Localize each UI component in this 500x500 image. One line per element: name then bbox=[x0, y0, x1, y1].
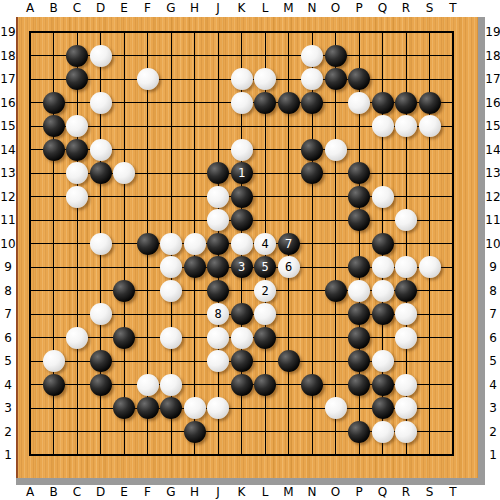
stone-O18-black[interactable] bbox=[325, 45, 347, 67]
column-label: G bbox=[162, 485, 180, 499]
stone-K14-white[interactable] bbox=[231, 139, 253, 161]
stone-O14-white[interactable] bbox=[325, 139, 347, 161]
row-label: 2 bbox=[0, 425, 16, 439]
stone-G4-white[interactable] bbox=[160, 374, 182, 396]
column-label: Q bbox=[374, 485, 392, 499]
row-label: 13 bbox=[485, 166, 500, 180]
stone-R6-white[interactable] bbox=[395, 327, 417, 349]
stone-M10-black[interactable]: 7 bbox=[278, 233, 300, 255]
column-label: P bbox=[350, 485, 368, 499]
stone-Q3-black[interactable] bbox=[372, 397, 394, 419]
stone-P6-black[interactable] bbox=[348, 327, 370, 349]
row-label: 16 bbox=[485, 96, 500, 110]
stone-C14-black[interactable] bbox=[66, 139, 88, 161]
row-label: 19 bbox=[485, 25, 500, 39]
stone-L6-black[interactable] bbox=[254, 327, 276, 349]
move-number: 3 bbox=[238, 260, 245, 274]
stone-Q5-white[interactable] bbox=[372, 350, 394, 372]
column-label: E bbox=[115, 1, 133, 15]
row-label: 7 bbox=[485, 307, 500, 321]
stone-P4-black[interactable] bbox=[348, 374, 370, 396]
stone-L9-black[interactable]: 5 bbox=[254, 256, 276, 278]
stone-G3-black[interactable] bbox=[160, 397, 182, 419]
stone-P17-black[interactable] bbox=[348, 68, 370, 90]
stone-B4-black[interactable] bbox=[43, 374, 65, 396]
row-label: 7 bbox=[0, 307, 16, 321]
stone-P12-black[interactable] bbox=[348, 186, 370, 208]
row-label: 1 bbox=[485, 448, 500, 462]
stone-F10-black[interactable] bbox=[137, 233, 159, 255]
row-label: 15 bbox=[0, 119, 16, 133]
stone-L4-black[interactable] bbox=[254, 374, 276, 396]
stone-O17-black[interactable] bbox=[325, 68, 347, 90]
row-label: 3 bbox=[0, 401, 16, 415]
column-label: A bbox=[21, 485, 39, 499]
row-label: 5 bbox=[0, 354, 16, 368]
column-label: S bbox=[421, 1, 439, 15]
stone-N4-black[interactable] bbox=[301, 374, 323, 396]
stone-G6-white[interactable] bbox=[160, 327, 182, 349]
move-number: 7 bbox=[285, 237, 292, 251]
column-label: K bbox=[233, 1, 251, 15]
stone-J7-white[interactable]: 8 bbox=[207, 303, 229, 325]
column-label: S bbox=[421, 485, 439, 499]
stone-H9-black[interactable] bbox=[184, 256, 206, 278]
row-label: 3 bbox=[485, 401, 500, 415]
stone-R11-white[interactable] bbox=[395, 209, 417, 231]
stone-B16-black[interactable] bbox=[43, 92, 65, 114]
column-label: H bbox=[186, 485, 204, 499]
stone-Q15-white[interactable] bbox=[372, 115, 394, 137]
row-label: 6 bbox=[485, 331, 500, 345]
column-label: H bbox=[186, 1, 204, 15]
column-label: J bbox=[209, 1, 227, 15]
stone-P2-black[interactable] bbox=[348, 421, 370, 443]
stone-S16-black[interactable] bbox=[419, 92, 441, 114]
stone-P9-black[interactable] bbox=[348, 256, 370, 278]
column-label: Q bbox=[374, 1, 392, 15]
stone-O3-white[interactable] bbox=[325, 397, 347, 419]
stone-G9-white[interactable] bbox=[160, 256, 182, 278]
stone-O8-black[interactable] bbox=[325, 280, 347, 302]
stone-D10-white[interactable] bbox=[90, 233, 112, 255]
stone-K10-white[interactable] bbox=[231, 233, 253, 255]
row-label: 10 bbox=[0, 237, 16, 251]
stone-K17-white[interactable] bbox=[231, 68, 253, 90]
stone-M9-white[interactable]: 6 bbox=[278, 256, 300, 278]
column-label: M bbox=[280, 1, 298, 15]
stone-Q9-white[interactable] bbox=[372, 256, 394, 278]
row-label: 11 bbox=[0, 213, 16, 227]
row-label: 4 bbox=[485, 378, 500, 392]
stone-B5-white[interactable] bbox=[43, 350, 65, 372]
stone-L17-white[interactable] bbox=[254, 68, 276, 90]
row-label: 12 bbox=[485, 190, 500, 204]
stone-D18-white[interactable] bbox=[90, 45, 112, 67]
go-board-app: ABCDEFGHJKLMNOPQRST ABCDEFGHJKLMNOPQRST … bbox=[0, 0, 500, 500]
stone-M5-black[interactable] bbox=[278, 350, 300, 372]
stone-P13-black[interactable] bbox=[348, 162, 370, 184]
column-label: G bbox=[162, 1, 180, 15]
stone-Q7-black[interactable] bbox=[372, 303, 394, 325]
stone-J12-white[interactable] bbox=[207, 186, 229, 208]
stone-C13-white[interactable] bbox=[66, 162, 88, 184]
column-label: L bbox=[256, 1, 274, 15]
row-label: 18 bbox=[485, 49, 500, 63]
row-label: 12 bbox=[0, 190, 16, 204]
stone-D5-black[interactable] bbox=[90, 350, 112, 372]
stone-J8-black[interactable] bbox=[207, 280, 229, 302]
stone-R2-white[interactable] bbox=[395, 421, 417, 443]
stone-N14-black[interactable] bbox=[301, 139, 323, 161]
column-label: R bbox=[397, 485, 415, 499]
stone-S9-white[interactable] bbox=[419, 256, 441, 278]
column-label: C bbox=[68, 485, 86, 499]
column-label: C bbox=[68, 1, 86, 15]
column-label: O bbox=[327, 1, 345, 15]
stone-D14-white[interactable] bbox=[90, 139, 112, 161]
stone-J3-white[interactable] bbox=[207, 397, 229, 419]
stone-B14-black[interactable] bbox=[43, 139, 65, 161]
stone-K7-black[interactable] bbox=[231, 303, 253, 325]
stone-S15-white[interactable] bbox=[419, 115, 441, 137]
stone-Q4-black[interactable] bbox=[372, 374, 394, 396]
stone-Q8-white[interactable] bbox=[372, 280, 394, 302]
row-label: 17 bbox=[485, 72, 500, 86]
stone-Q16-black[interactable] bbox=[372, 92, 394, 114]
stone-R3-white[interactable] bbox=[395, 397, 417, 419]
stone-E3-black[interactable] bbox=[113, 397, 135, 419]
stone-F17-white[interactable] bbox=[137, 68, 159, 90]
column-label: D bbox=[92, 485, 110, 499]
stone-C12-white[interactable] bbox=[66, 186, 88, 208]
stone-K4-black[interactable] bbox=[231, 374, 253, 396]
stone-N17-white[interactable] bbox=[301, 68, 323, 90]
stone-F4-white[interactable] bbox=[137, 374, 159, 396]
stone-D7-white[interactable] bbox=[90, 303, 112, 325]
stone-E13-white[interactable] bbox=[113, 162, 135, 184]
stone-J9-black[interactable] bbox=[207, 256, 229, 278]
stone-H10-white[interactable] bbox=[184, 233, 206, 255]
stone-H2-black[interactable] bbox=[184, 421, 206, 443]
row-label: 8 bbox=[485, 284, 500, 298]
stone-P7-black[interactable] bbox=[348, 303, 370, 325]
column-label: E bbox=[115, 485, 133, 499]
move-number: 2 bbox=[261, 284, 268, 298]
stone-K11-black[interactable] bbox=[231, 209, 253, 231]
stone-N18-white[interactable] bbox=[301, 45, 323, 67]
stone-C6-white[interactable] bbox=[66, 327, 88, 349]
stone-F3-black[interactable] bbox=[137, 397, 159, 419]
stone-R7-white[interactable] bbox=[395, 303, 417, 325]
stone-R8-black[interactable] bbox=[395, 280, 417, 302]
row-label: 1 bbox=[0, 448, 16, 462]
row-label: 8 bbox=[0, 284, 16, 298]
move-number: 6 bbox=[285, 260, 292, 274]
stone-D4-black[interactable] bbox=[90, 374, 112, 396]
stone-L8-white[interactable]: 2 bbox=[254, 280, 276, 302]
column-label: F bbox=[139, 1, 157, 15]
row-label: 6 bbox=[0, 331, 16, 345]
stone-P5-black[interactable] bbox=[348, 350, 370, 372]
stone-E8-black[interactable] bbox=[113, 280, 135, 302]
column-label: B bbox=[45, 485, 63, 499]
stone-R15-white[interactable] bbox=[395, 115, 417, 137]
row-label: 9 bbox=[485, 260, 500, 274]
stone-K6-white[interactable] bbox=[231, 327, 253, 349]
row-label: 11 bbox=[485, 213, 500, 227]
stone-P16-white[interactable] bbox=[348, 92, 370, 114]
column-label: N bbox=[303, 485, 321, 499]
stone-M16-black[interactable] bbox=[278, 92, 300, 114]
column-label: D bbox=[92, 1, 110, 15]
row-label: 2 bbox=[485, 425, 500, 439]
row-label: 19 bbox=[0, 25, 16, 39]
row-label: 18 bbox=[0, 49, 16, 63]
column-label: B bbox=[45, 1, 63, 15]
stone-D16-white[interactable] bbox=[90, 92, 112, 114]
stone-C18-black[interactable] bbox=[66, 45, 88, 67]
column-label: T bbox=[444, 485, 462, 499]
row-label: 14 bbox=[0, 143, 16, 157]
stone-C17-black[interactable] bbox=[66, 68, 88, 90]
row-label: 16 bbox=[0, 96, 16, 110]
move-number: 1 bbox=[238, 166, 245, 180]
stone-H3-white[interactable] bbox=[184, 397, 206, 419]
stone-B15-black[interactable] bbox=[43, 115, 65, 137]
stone-R16-black[interactable] bbox=[395, 92, 417, 114]
stone-L7-white[interactable] bbox=[254, 303, 276, 325]
move-number: 5 bbox=[261, 260, 268, 274]
stone-D13-black[interactable] bbox=[90, 162, 112, 184]
row-label: 14 bbox=[485, 143, 500, 157]
stone-P11-black[interactable] bbox=[348, 209, 370, 231]
row-label: 15 bbox=[485, 119, 500, 133]
stone-G10-white[interactable] bbox=[160, 233, 182, 255]
stone-K12-black[interactable] bbox=[231, 186, 253, 208]
column-label: N bbox=[303, 1, 321, 15]
row-label: 13 bbox=[0, 166, 16, 180]
move-number: 8 bbox=[214, 307, 221, 321]
column-label: F bbox=[139, 485, 157, 499]
column-label: L bbox=[256, 485, 274, 499]
stone-J13-black[interactable] bbox=[207, 162, 229, 184]
stone-Q10-black[interactable] bbox=[372, 233, 394, 255]
row-label: 5 bbox=[485, 354, 500, 368]
column-label: J bbox=[209, 485, 227, 499]
column-label: R bbox=[397, 1, 415, 15]
stone-N16-black[interactable] bbox=[301, 92, 323, 114]
stone-K13-black[interactable]: 1 bbox=[231, 162, 253, 184]
column-label: T bbox=[444, 1, 462, 15]
stone-E6-black[interactable] bbox=[113, 327, 135, 349]
move-number: 4 bbox=[261, 237, 268, 251]
column-label: A bbox=[21, 1, 39, 15]
stone-C15-white[interactable] bbox=[66, 115, 88, 137]
stone-N13-black[interactable] bbox=[301, 162, 323, 184]
column-label: M bbox=[280, 485, 298, 499]
row-label: 9 bbox=[0, 260, 16, 274]
stone-P8-white[interactable] bbox=[348, 280, 370, 302]
stone-J10-black[interactable] bbox=[207, 233, 229, 255]
column-label: P bbox=[350, 1, 368, 15]
column-label: K bbox=[233, 485, 251, 499]
board-shadow-right bbox=[478, 17, 485, 485]
stone-J11-white[interactable] bbox=[207, 209, 229, 231]
stone-Q12-white[interactable] bbox=[372, 186, 394, 208]
stone-G8-white[interactable] bbox=[160, 280, 182, 302]
row-label: 10 bbox=[485, 237, 500, 251]
stone-R9-white[interactable] bbox=[395, 256, 417, 278]
stone-L16-black[interactable] bbox=[254, 92, 276, 114]
row-label: 17 bbox=[0, 72, 16, 86]
stone-L10-white[interactable]: 4 bbox=[254, 233, 276, 255]
stone-Q2-white[interactable] bbox=[372, 421, 394, 443]
stone-K16-white[interactable] bbox=[231, 92, 253, 114]
column-label: O bbox=[327, 485, 345, 499]
stone-K9-black[interactable]: 3 bbox=[231, 256, 253, 278]
stone-J5-white[interactable] bbox=[207, 350, 229, 372]
stone-R4-white[interactable] bbox=[395, 374, 417, 396]
board-shadow-bottom bbox=[16, 478, 478, 485]
stone-J6-white[interactable] bbox=[207, 327, 229, 349]
row-label: 4 bbox=[0, 378, 16, 392]
stone-K5-black[interactable] bbox=[231, 350, 253, 372]
